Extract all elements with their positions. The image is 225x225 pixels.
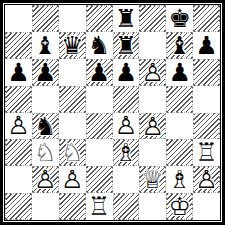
square-c8[interactable]: [59, 5, 86, 32]
square-e3[interactable]: ♝♗: [113, 139, 140, 166]
white-pawn-icon: ♟♙: [5, 113, 32, 140]
white-pawn-icon: ♟♙: [113, 113, 140, 140]
square-c5[interactable]: [59, 86, 86, 113]
black-queen-icon: ♛♛: [60, 33, 85, 58]
white-king-icon: ♚♔: [167, 194, 192, 219]
square-h4[interactable]: [193, 113, 220, 140]
black-king-icon: ♚♚: [166, 5, 193, 32]
chess-diagram-frame: ♜♜♚♚♝♝♛♛♞♞♜♜♝♝♟♟♟♟♟♟♟♟♟♟♟♙♟♟♟♙♞♞♟♙♟♙♞♘♞♘…: [0, 0, 225, 225]
square-b4[interactable]: ♞♞: [32, 113, 59, 140]
square-h3[interactable]: ♜♖: [193, 139, 220, 166]
white-knight-icon: ♞♘: [32, 139, 59, 166]
square-h7[interactable]: ♟♟: [193, 32, 220, 59]
white-knight-icon: ♞♘: [60, 140, 85, 165]
black-rook-icon: ♜♜: [113, 5, 140, 32]
white-bishop-icon: ♝♗: [166, 166, 193, 193]
square-d4[interactable]: [86, 113, 113, 140]
black-rook-icon: ♜♜: [114, 33, 139, 58]
square-e2[interactable]: [113, 166, 140, 193]
square-g6[interactable]: ♟♟: [166, 59, 193, 86]
square-b3[interactable]: ♞♘: [32, 139, 59, 166]
black-knight-icon: ♞♞: [86, 32, 113, 59]
black-pawn-icon: ♟♟: [166, 59, 193, 86]
square-f1[interactable]: [139, 193, 166, 220]
black-pawn-icon: ♟♟: [87, 60, 112, 85]
square-g3[interactable]: [166, 139, 193, 166]
square-e7[interactable]: ♜♜: [113, 32, 140, 59]
white-pawn-icon: ♟♙: [140, 114, 165, 139]
square-e1[interactable]: [113, 193, 140, 220]
white-pawn-icon: ♟♙: [140, 60, 165, 85]
square-c1[interactable]: [59, 193, 86, 220]
square-d8[interactable]: [86, 5, 113, 32]
square-a4[interactable]: ♟♙: [5, 113, 32, 140]
square-a6[interactable]: ♟♟: [5, 59, 32, 86]
square-f6[interactable]: ♟♙: [139, 59, 166, 86]
square-f8[interactable]: [139, 5, 166, 32]
square-a7[interactable]: [5, 32, 32, 59]
square-f4[interactable]: ♟♙: [139, 113, 166, 140]
square-d1[interactable]: ♜♖: [86, 193, 113, 220]
square-h5[interactable]: [193, 86, 220, 113]
black-knight-icon: ♞♞: [33, 114, 58, 139]
white-pawn-icon: ♟♙: [59, 166, 86, 193]
square-d2[interactable]: [86, 166, 113, 193]
white-rook-icon: ♜♖: [86, 193, 113, 220]
square-f3[interactable]: [139, 139, 166, 166]
square-a8[interactable]: [5, 5, 32, 32]
black-pawn-icon: ♟♟: [113, 59, 140, 86]
square-c7[interactable]: ♛♛: [59, 32, 86, 59]
square-b6[interactable]: ♟♟: [32, 59, 59, 86]
white-pawn-icon: ♟♙: [33, 167, 58, 192]
square-g1[interactable]: ♚♔: [166, 193, 193, 220]
square-b8[interactable]: [32, 5, 59, 32]
square-c6[interactable]: [59, 59, 86, 86]
square-d5[interactable]: [86, 86, 113, 113]
black-pawn-icon: ♟♟: [5, 59, 32, 86]
square-b7[interactable]: ♝♝: [32, 32, 59, 59]
white-queen-icon: ♛♕: [140, 167, 165, 192]
square-h1[interactable]: [193, 193, 220, 220]
square-c4[interactable]: [59, 113, 86, 140]
square-a1[interactable]: [5, 193, 32, 220]
square-a5[interactable]: [5, 86, 32, 113]
square-g7[interactable]: ♝♝: [166, 32, 193, 59]
square-g2[interactable]: ♝♗: [166, 166, 193, 193]
black-bishop-icon: ♝♝: [32, 32, 59, 59]
square-c2[interactable]: ♟♙: [59, 166, 86, 193]
square-d6[interactable]: ♟♟: [86, 59, 113, 86]
white-rook-icon: ♜♖: [193, 139, 220, 166]
square-b5[interactable]: [32, 86, 59, 113]
square-e4[interactable]: ♟♙: [113, 113, 140, 140]
chess-board: ♜♜♚♚♝♝♛♛♞♞♜♜♝♝♟♟♟♟♟♟♟♟♟♟♟♙♟♟♟♙♞♞♟♙♟♙♞♘♞♘…: [4, 4, 221, 221]
black-bishop-icon: ♝♝: [167, 33, 192, 58]
square-e6[interactable]: ♟♟: [113, 59, 140, 86]
square-g8[interactable]: ♚♚: [166, 5, 193, 32]
black-pawn-icon: ♟♟: [33, 60, 58, 85]
square-e5[interactable]: [113, 86, 140, 113]
white-bishop-icon: ♝♗: [114, 140, 139, 165]
square-f5[interactable]: [139, 86, 166, 113]
square-g4[interactable]: [166, 113, 193, 140]
square-d3[interactable]: [86, 139, 113, 166]
black-pawn-icon: ♟♟: [193, 32, 220, 59]
white-pawn-icon: ♟♙: [194, 167, 219, 192]
square-b2[interactable]: ♟♙: [32, 166, 59, 193]
square-e8[interactable]: ♜♜: [113, 5, 140, 32]
square-h2[interactable]: ♟♙: [193, 166, 220, 193]
square-a2[interactable]: [5, 166, 32, 193]
square-a3[interactable]: [5, 139, 32, 166]
square-c3[interactable]: ♞♘: [59, 139, 86, 166]
square-f2[interactable]: ♛♕: [139, 166, 166, 193]
square-g5[interactable]: [166, 86, 193, 113]
square-b1[interactable]: [32, 193, 59, 220]
square-f7[interactable]: [139, 32, 166, 59]
square-h6[interactable]: [193, 59, 220, 86]
square-d7[interactable]: ♞♞: [86, 32, 113, 59]
square-h8[interactable]: [193, 5, 220, 32]
